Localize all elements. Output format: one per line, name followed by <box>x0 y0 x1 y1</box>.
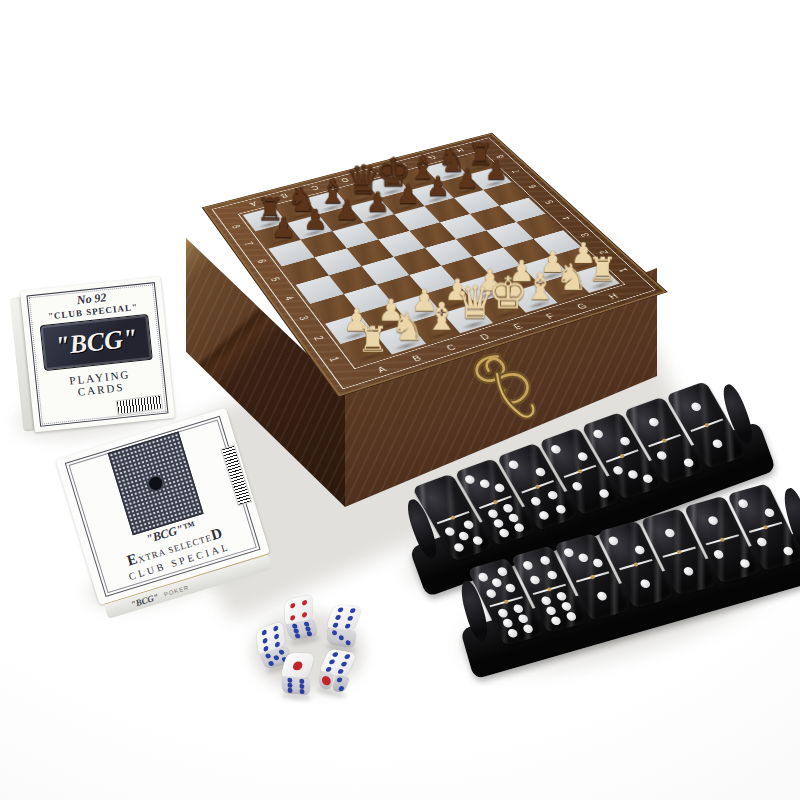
domino-pip <box>478 478 491 489</box>
black-pawn[interactable]: ♟ <box>271 214 296 242</box>
card-deck-playing-cards[interactable]: No 92 "CLUB SPECIAL" "BCG" PLAYING CARDS <box>9 276 175 433</box>
domino-pip <box>607 535 620 546</box>
domino-pip <box>522 623 535 634</box>
die-face-front <box>319 671 333 690</box>
domino-pip <box>549 443 562 454</box>
domino-pip <box>738 559 751 570</box>
pattern-center-dot <box>146 473 166 493</box>
domino-pip <box>529 575 542 586</box>
die-pip <box>321 675 331 686</box>
die-pip <box>268 661 275 667</box>
black-pawn[interactable]: ♟ <box>365 189 389 216</box>
die-pip <box>265 653 272 659</box>
domino-pip <box>521 560 534 571</box>
black-pawn[interactable]: ♟ <box>334 198 359 225</box>
die-pip <box>273 625 278 632</box>
domino-pip <box>565 611 578 622</box>
domino-pip <box>596 591 609 602</box>
die-pip <box>292 661 304 670</box>
die-pip <box>338 607 345 612</box>
white-queen[interactable]: ♛ <box>454 281 495 326</box>
black-pawn[interactable]: ♟ <box>455 166 479 192</box>
domino-pip <box>690 401 703 412</box>
domino-pip <box>497 527 510 538</box>
edge-brand: "BCG" <box>129 591 159 609</box>
domino-pip <box>555 504 568 515</box>
domino-pip <box>490 577 503 588</box>
die-pip <box>262 629 267 636</box>
coordinate-label: 7 <box>228 235 268 254</box>
white-rook[interactable]: ♜ <box>587 253 617 286</box>
domino-pip <box>571 480 584 491</box>
domino-pip <box>633 545 646 556</box>
die-pip <box>306 631 312 637</box>
black-pawn[interactable]: ♟ <box>303 206 328 234</box>
domino-pip <box>485 588 498 599</box>
coordinate-label: 8 <box>216 218 255 236</box>
ornate-frame: No 92 "CLUB SPECIAL" "BCG" PLAYING CARDS <box>26 282 168 427</box>
domino-pip <box>756 536 769 547</box>
die-pip <box>274 633 279 640</box>
die-pip <box>340 661 347 667</box>
die-center[interactable] <box>279 651 317 698</box>
domino-pip <box>626 469 639 480</box>
domino-pip <box>782 546 795 557</box>
domino-pip <box>639 578 652 589</box>
board-surface: ABCDEFGH ABCDEFGH 87654321 87654321 ♜♞♝♛… <box>205 134 663 394</box>
domino-pip <box>513 522 526 533</box>
die-pip <box>329 659 336 665</box>
domino-pip <box>534 467 547 478</box>
die-pip <box>346 616 353 621</box>
domino-pip <box>496 608 509 619</box>
domino-pip <box>556 591 569 602</box>
domino-pip <box>443 526 456 537</box>
domino-pip <box>544 606 557 617</box>
black-pawn[interactable]: ♟ <box>396 181 420 208</box>
domino-pip <box>493 483 506 494</box>
barcode <box>116 394 164 415</box>
die-pip <box>326 666 333 672</box>
domino-pip <box>546 570 559 581</box>
domino-pip <box>457 531 470 542</box>
domino-pip <box>682 458 695 469</box>
domino-pip <box>641 473 654 484</box>
domino-pip <box>592 558 605 569</box>
domino-pip <box>546 489 559 500</box>
die-pip <box>302 612 307 618</box>
domino-pip <box>560 601 573 612</box>
white-knight[interactable]: ♞ <box>555 259 588 296</box>
die-pip <box>339 635 344 641</box>
domino-pip <box>597 489 610 500</box>
domino-pip <box>539 555 552 566</box>
domino-pip <box>576 452 589 463</box>
die-pip <box>336 677 343 683</box>
domino-pip <box>707 515 720 526</box>
white-bishop[interactable]: ♝ <box>523 269 556 306</box>
die-pip <box>333 622 340 627</box>
domino-pip <box>611 465 624 476</box>
chess-box-lid: ABCDEFGH ABCDEFGH 87654321 87654321 ♜♞♝♛… <box>255 78 595 418</box>
die-face-top <box>280 653 315 679</box>
die-pip <box>349 608 356 613</box>
die-pip <box>338 686 345 692</box>
die-pip <box>288 687 293 692</box>
domino-pip <box>663 528 676 539</box>
die-pip <box>299 688 304 693</box>
die-pip <box>274 641 279 648</box>
die-pip <box>263 637 268 644</box>
domino-pip <box>504 583 517 594</box>
domino-pip <box>463 474 476 485</box>
domino-pip <box>549 615 562 626</box>
domino-pip <box>655 449 668 460</box>
brand-panel: "BCG" <box>40 314 153 371</box>
die-face-front <box>331 675 350 693</box>
domino-pip <box>577 552 590 563</box>
die-pip <box>295 633 301 639</box>
die-right[interactable] <box>324 602 364 650</box>
die-face-front <box>282 677 310 696</box>
square-g5[interactable] <box>470 206 516 231</box>
die-pip <box>332 630 337 636</box>
domino-pip <box>712 549 725 560</box>
domino-pip <box>682 566 695 577</box>
die-pip <box>335 615 342 620</box>
white-knight[interactable]: ♞ <box>390 308 424 346</box>
domino-pip <box>529 495 542 506</box>
die-face-front <box>327 628 355 648</box>
domino-pip <box>562 547 575 558</box>
die-pip <box>290 602 295 608</box>
domino-pip <box>501 618 514 629</box>
domino-pip <box>618 436 631 447</box>
edge-small-text: POKER <box>163 584 190 597</box>
domino-pip <box>737 498 750 509</box>
die-pip <box>273 655 280 661</box>
die-face-front <box>286 620 318 640</box>
chess-board: ABCDEFGH ABCDEFGH 87654321 87654321 ♜♞♝♛… <box>205 134 663 394</box>
die-pip <box>346 640 351 646</box>
domino-pip <box>452 542 465 553</box>
domino-pip <box>471 535 484 546</box>
domino-pip <box>507 459 520 470</box>
die-pip <box>343 654 350 660</box>
brand-name: "BCG" <box>54 323 139 361</box>
domino-pip <box>711 438 724 449</box>
domino-pip <box>647 417 660 428</box>
domino-pip <box>496 566 509 577</box>
domino-pip <box>462 519 475 530</box>
product-photo-stage: ABCDEFGH ABCDEFGH 87654321 87654321 ♜♞♝♛… <box>0 0 800 800</box>
card-box-front: No 92 "CLUB SPECIAL" "BCG" PLAYING CARDS <box>20 276 175 432</box>
die-pip <box>337 668 344 674</box>
domino-pip <box>477 572 490 583</box>
white-rook[interactable]: ♜ <box>357 322 389 357</box>
domino-pip <box>540 596 553 607</box>
domino-pip <box>763 508 776 519</box>
die-pip <box>290 615 295 621</box>
domino-pip <box>537 510 550 521</box>
domino-pip <box>517 613 530 624</box>
die-pip <box>344 623 351 628</box>
domino-pip <box>506 628 519 639</box>
white-bishop[interactable]: ♝ <box>424 298 458 336</box>
black-pawn[interactable]: ♟ <box>426 173 450 200</box>
domino-pip <box>513 604 526 615</box>
die-pip <box>332 652 339 658</box>
die-pip <box>302 599 307 605</box>
domino-pip <box>592 428 605 439</box>
